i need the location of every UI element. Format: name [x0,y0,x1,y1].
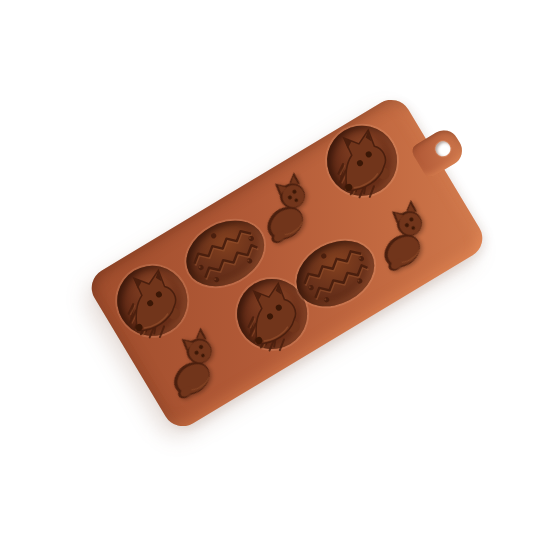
silicone-mold [84,92,489,433]
photo-scene [0,0,550,550]
cavity-fox-r0c3 [314,113,410,209]
cavity-grid [84,92,489,433]
